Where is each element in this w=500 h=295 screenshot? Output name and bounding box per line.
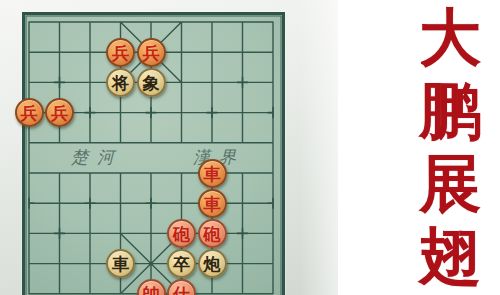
piece-black-elephant[interactable]: 象 (137, 68, 166, 97)
piece-glyph: 帥 (143, 286, 160, 295)
piece-black-soldier[interactable]: 卒 (167, 249, 196, 278)
piece-glyph: 兵 (143, 44, 160, 61)
piece-glyph: 車 (204, 195, 221, 212)
piece-glyph: 砲 (204, 225, 221, 242)
piece-glyph: 象 (143, 74, 160, 91)
title-char-2: 鹏 (419, 79, 481, 143)
screenshot-stage: 楚河 漢界 兵兵将象兵兵車車砲砲車卒炮帥仕 大 鹏 展 翅 (0, 0, 500, 295)
piece-glyph: 兵 (112, 44, 129, 61)
piece-glyph: 兵 (51, 105, 68, 122)
piece-glyph: 車 (204, 165, 221, 182)
xiangqi-board[interactable]: 楚河 漢界 兵兵将象兵兵車車砲砲車卒炮帥仕 (22, 12, 285, 295)
title-char-4: 翅 (419, 225, 481, 289)
piece-black-chariot[interactable]: 車 (106, 249, 135, 278)
piece-glyph: 仕 (173, 286, 190, 295)
puzzle-title: 大 鹏 展 翅 (400, 0, 500, 295)
piece-red-chariot-b[interactable]: 車 (198, 189, 227, 218)
piece-red-soldier-b[interactable]: 兵 (137, 38, 166, 67)
piece-glyph: 卒 (173, 256, 190, 273)
piece-black-general[interactable]: 将 (106, 68, 135, 97)
backdrop-fade (300, 0, 370, 295)
piece-glyph: 炮 (204, 256, 221, 273)
title-char-3: 展 (419, 152, 481, 216)
piece-red-soldier-d[interactable]: 兵 (45, 98, 74, 127)
piece-red-chariot-a[interactable]: 車 (198, 159, 227, 188)
title-char-1: 大 (419, 6, 481, 70)
piece-black-cannon[interactable]: 炮 (198, 249, 227, 278)
piece-glyph: 車 (112, 256, 129, 273)
pieces-layer: 兵兵将象兵兵車車砲砲車卒炮帥仕 (25, 15, 282, 295)
piece-red-advisor[interactable]: 仕 (167, 279, 196, 295)
piece-red-soldier-a[interactable]: 兵 (106, 38, 135, 67)
piece-red-soldier-c[interactable]: 兵 (15, 98, 44, 127)
piece-glyph: 将 (112, 74, 129, 91)
piece-glyph: 兵 (21, 105, 38, 122)
piece-red-cannon-b[interactable]: 砲 (198, 219, 227, 248)
piece-red-cannon-a[interactable]: 砲 (167, 219, 196, 248)
piece-glyph: 砲 (173, 225, 190, 242)
piece-red-general[interactable]: 帥 (137, 279, 166, 295)
